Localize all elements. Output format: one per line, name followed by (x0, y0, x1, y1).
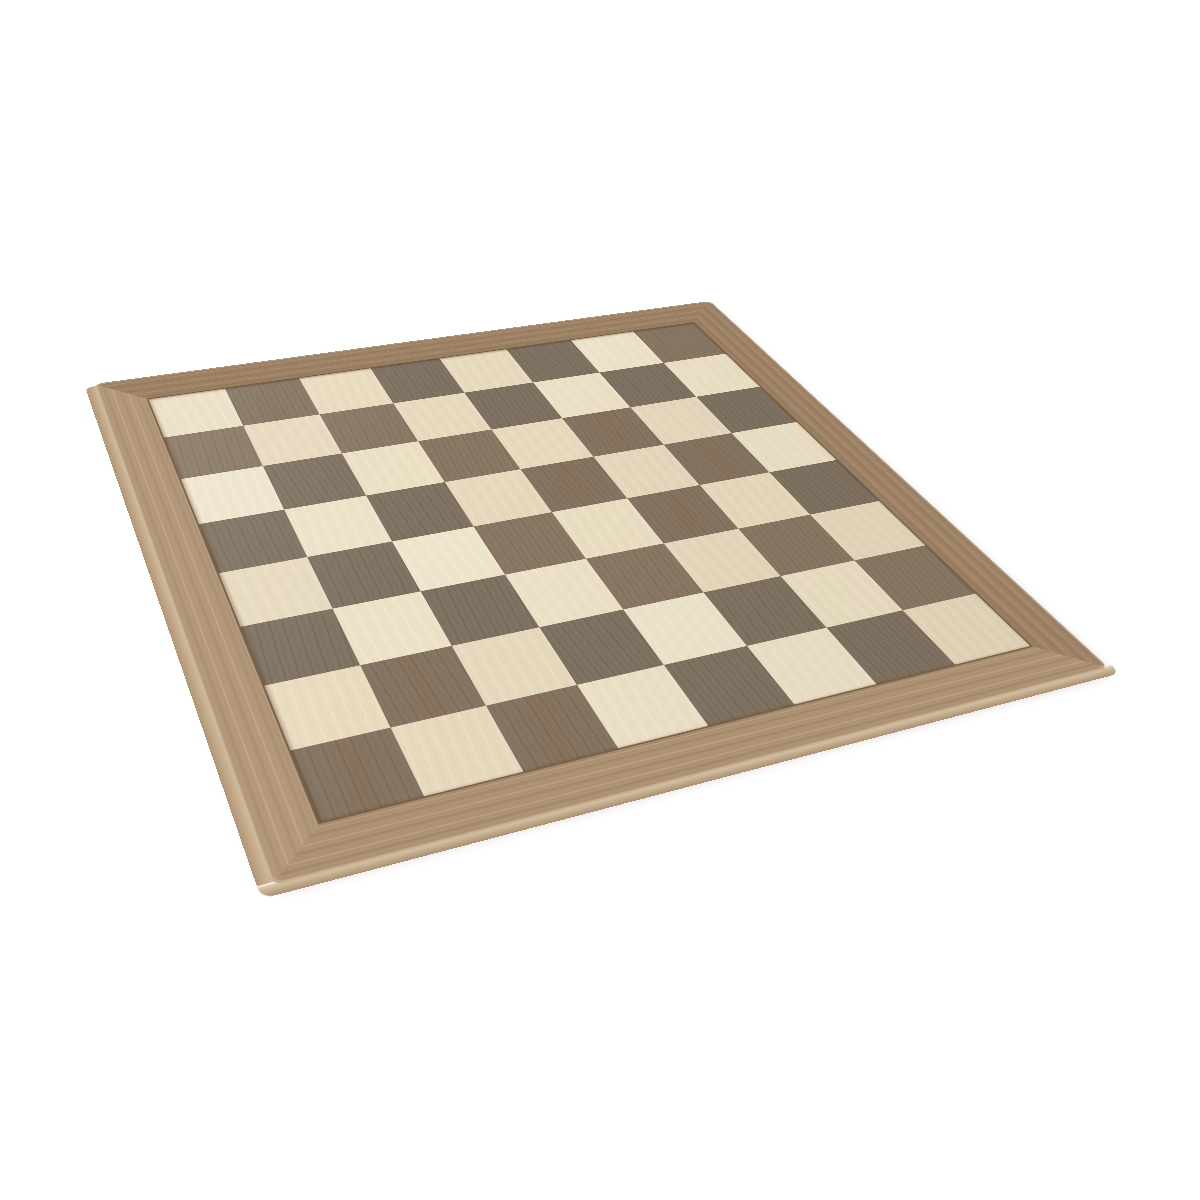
product-photo-scene (0, 0, 1200, 1200)
chess-board (94, 301, 1109, 886)
